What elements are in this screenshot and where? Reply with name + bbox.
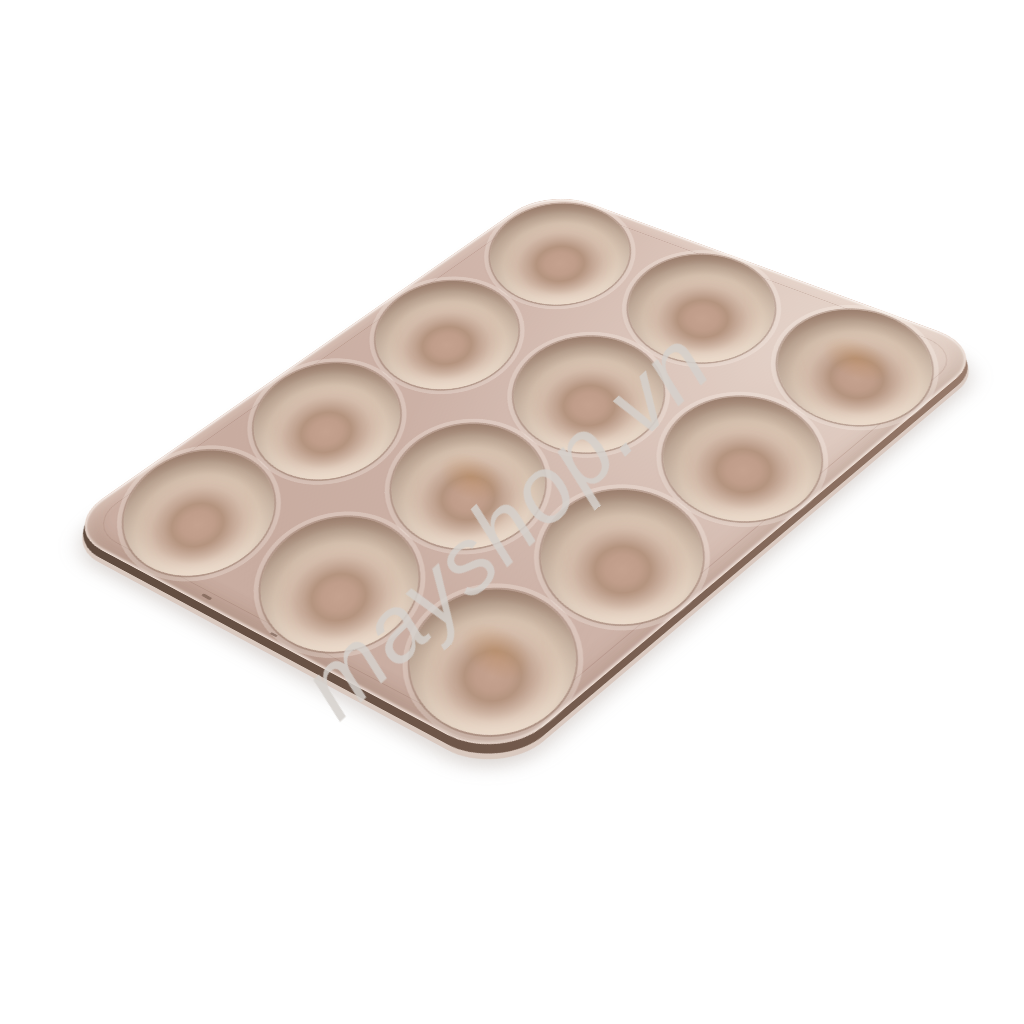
edge-nick (270, 632, 278, 637)
muffin-pan (60, 188, 990, 763)
edge-nick (201, 593, 213, 600)
photo-stage: mayshop.vn (0, 0, 1024, 1024)
